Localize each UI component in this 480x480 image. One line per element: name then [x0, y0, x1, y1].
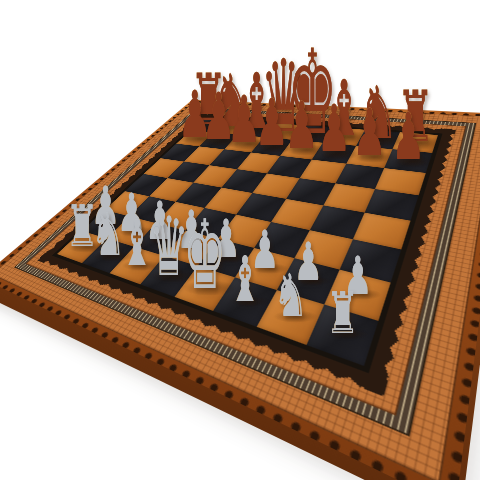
- piece-white-knight[interactable]: ♞: [273, 266, 308, 325]
- piece-black-pawn[interactable]: ♟: [285, 95, 319, 160]
- piece-white-king[interactable]: ♚: [183, 207, 226, 302]
- chess-set-photo: ♜♞♝♛♚♝♟♞♟♜♟♟♟♟♟♟♟♟♟♜♟♞♟♝♟♛♟♚♟♝♞♜: [0, 0, 480, 480]
- piece-black-pawn[interactable]: ♟: [352, 102, 386, 167]
- piece-black-pawn[interactable]: ♟: [391, 106, 425, 171]
- piece-black-pawn[interactable]: ♟: [317, 98, 351, 163]
- piece-white-bishop[interactable]: ♝: [229, 248, 262, 311]
- piece-white-rook[interactable]: ♜: [326, 285, 359, 342]
